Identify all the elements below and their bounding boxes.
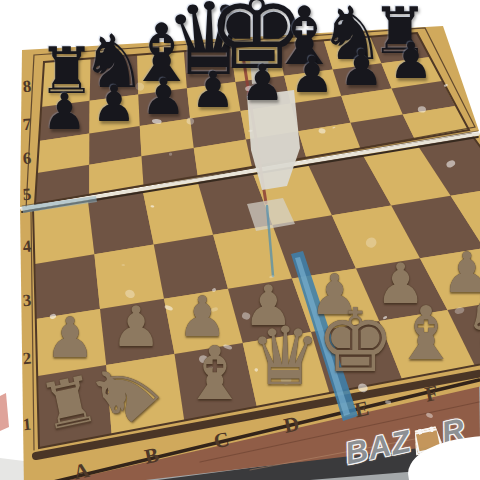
square-a2 bbox=[36, 309, 106, 376]
square-b8 bbox=[90, 55, 139, 101]
square-b2 bbox=[100, 299, 175, 365]
rank-label-1: 1 bbox=[22, 415, 32, 435]
square-a8 bbox=[41, 58, 91, 107]
square-f8 bbox=[277, 40, 333, 76]
rank-label-6: 6 bbox=[22, 149, 32, 169]
rank-label-8: 8 bbox=[22, 77, 32, 97]
square-a3 bbox=[35, 254, 100, 319]
rank-label-5: 5 bbox=[22, 185, 32, 205]
rank-label-2: 2 bbox=[22, 349, 32, 369]
rank-label-3: 3 bbox=[22, 291, 32, 311]
square-d8 bbox=[184, 48, 236, 89]
square-c8 bbox=[137, 51, 187, 94]
photo-chessboard-scene: ABCDEFGH87654321 ♜♞♝♛♚♝♞♜♟♟♟♟♟♟♟♟♟♟♟♟♟♟♟… bbox=[0, 0, 480, 480]
watermark-text-left: BAZ bbox=[342, 423, 415, 472]
square-b3 bbox=[94, 245, 164, 309]
